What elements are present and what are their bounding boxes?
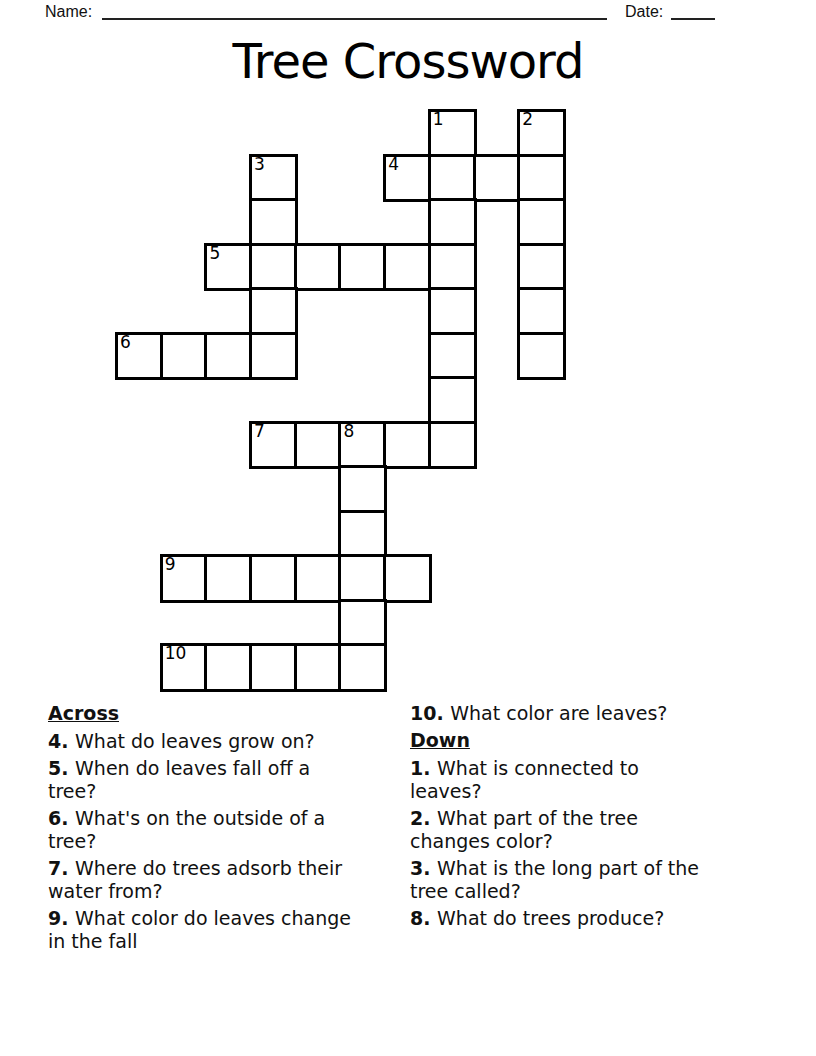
clues-right-column: 10. What color are leaves?Down1. What is…	[410, 702, 770, 934]
grid-cell-r3c3[interactable]	[251, 245, 296, 290]
grid-cell-r5c1[interactable]	[162, 334, 207, 379]
clue-number-5: 5	[209, 244, 220, 263]
grid-cell-r3c4[interactable]	[296, 245, 341, 290]
grid-cell-r4c9[interactable]	[519, 289, 564, 334]
clue-number-4: 4	[388, 155, 399, 174]
grid-cell-r10c4[interactable]	[296, 556, 341, 601]
clue-number-2: 2	[522, 110, 533, 129]
grid-cell-r9c5[interactable]	[340, 512, 385, 557]
grid-cell-r7c5[interactable]: 8	[340, 423, 385, 468]
grid-cell-r10c1[interactable]: 9	[162, 556, 207, 601]
clue-number-label: 10.	[410, 702, 450, 724]
grid-cell-r3c5[interactable]	[340, 245, 385, 290]
date-label: Date:	[625, 2, 663, 21]
grid-cell-r0c7[interactable]: 1	[430, 111, 475, 156]
grid-cell-r3c2[interactable]: 5	[206, 245, 251, 290]
grid-cell-r12c5[interactable]	[340, 645, 385, 690]
clue-heading-down: Down	[410, 729, 770, 752]
clue-number-1: 1	[433, 110, 444, 129]
grid-cell-r4c7[interactable]	[430, 289, 475, 334]
grid-cell-r7c7[interactable]	[430, 423, 475, 468]
grid-cell-r7c4[interactable]	[296, 423, 341, 468]
page-title: Tree Crossword	[0, 30, 816, 92]
clue-number-label: 4.	[48, 730, 75, 752]
grid-cell-r2c3[interactable]	[251, 200, 296, 245]
grid-cell-r1c6[interactable]: 4	[385, 156, 430, 201]
clue-8: 8. What do trees produce?	[410, 907, 770, 930]
grid-cell-r3c9[interactable]	[519, 245, 564, 290]
clue-number-label: 6.	[48, 807, 75, 829]
clue-number-label: 9.	[48, 907, 75, 929]
clue-7: 7. Where do trees adsorb their water fro…	[48, 857, 408, 903]
grid-cell-r3c7[interactable]	[430, 245, 475, 290]
clue-number-label: 8.	[410, 907, 437, 929]
clue-number-6: 6	[120, 333, 131, 352]
grid-cell-r11c5[interactable]	[340, 601, 385, 646]
crossword-grid: 12345678910	[117, 111, 564, 690]
clues-left-column: Across4. What do leaves grow on?5. When …	[48, 702, 408, 957]
grid-cell-r10c2[interactable]	[206, 556, 251, 601]
grid-cell-r1c8[interactable]	[475, 156, 520, 201]
clue-5: 5. When do leaves fall off a tree?	[48, 757, 408, 803]
grid-cell-r0c9[interactable]: 2	[519, 111, 564, 156]
clue-6: 6. What's on the outside of a tree?	[48, 807, 408, 853]
grid-cell-r3c6[interactable]	[385, 245, 430, 290]
name-label: Name:	[45, 2, 92, 21]
clue-number-3: 3	[254, 155, 265, 174]
clue-4: 4. What do leaves grow on?	[48, 730, 408, 753]
grid-cell-r2c9[interactable]	[519, 200, 564, 245]
grid-cell-r5c9[interactable]	[519, 334, 564, 379]
grid-cell-r5c2[interactable]	[206, 334, 251, 379]
grid-cell-r10c6[interactable]	[385, 556, 430, 601]
clue-9: 9. What color do leaves change in the fa…	[48, 907, 408, 953]
grid-cell-r7c3[interactable]: 7	[251, 423, 296, 468]
grid-cell-r10c3[interactable]	[251, 556, 296, 601]
grid-cell-r1c9[interactable]	[519, 156, 564, 201]
grid-cell-r8c5[interactable]	[340, 467, 385, 512]
clue-number-label: 7.	[48, 857, 75, 879]
grid-cell-r6c7[interactable]	[430, 378, 475, 423]
grid-cell-r12c3[interactable]	[251, 645, 296, 690]
clue-number-8: 8	[343, 422, 354, 441]
grid-cell-r1c7[interactable]	[430, 156, 475, 201]
clue-number-label: 2.	[410, 807, 437, 829]
clue-1: 1. What is connected to leaves?	[410, 757, 770, 803]
clue-2: 2. What part of the tree changes color?	[410, 807, 770, 853]
grid-cell-r12c1[interactable]: 10	[162, 645, 207, 690]
grid-cell-r5c0[interactable]: 6	[117, 334, 162, 379]
grid-cell-r5c7[interactable]	[430, 334, 475, 379]
grid-cell-r12c4[interactable]	[296, 645, 341, 690]
grid-cell-r2c7[interactable]	[430, 200, 475, 245]
clue-number-10: 10	[165, 644, 187, 663]
grid-cell-r4c3[interactable]	[251, 289, 296, 334]
clue-10: 10. What color are leaves?	[410, 702, 770, 725]
clue-3: 3. What is the long part of the tree cal…	[410, 857, 770, 903]
clue-number-9: 9	[165, 555, 176, 574]
clue-number-7: 7	[254, 422, 265, 441]
clue-number-label: 3.	[410, 857, 437, 879]
grid-cell-r12c2[interactable]	[206, 645, 251, 690]
clue-number-label: 1.	[410, 757, 437, 779]
date-blank-line[interactable]	[671, 18, 715, 20]
clue-number-label: 5.	[48, 757, 75, 779]
grid-cell-r5c3[interactable]	[251, 334, 296, 379]
grid-cell-r7c6[interactable]	[385, 423, 430, 468]
name-blank-line[interactable]	[102, 18, 607, 20]
clue-heading-across: Across	[48, 702, 408, 725]
grid-cell-r1c3[interactable]: 3	[251, 156, 296, 201]
grid-cell-r10c5[interactable]	[340, 556, 385, 601]
